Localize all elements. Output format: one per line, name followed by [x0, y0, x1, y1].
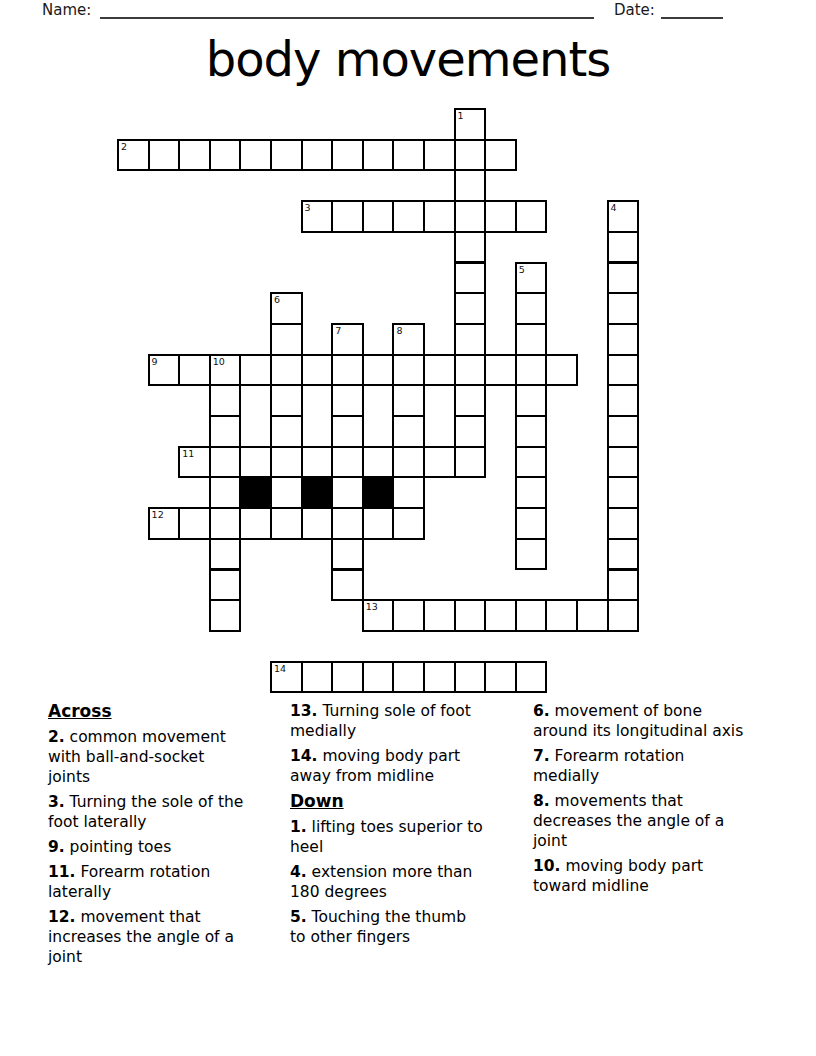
grid-cell[interactable]	[331, 384, 364, 417]
grid-cell[interactable]	[392, 476, 425, 509]
grid-cell[interactable]: 14	[270, 661, 303, 694]
grid-cell[interactable]	[484, 354, 517, 387]
cell-number: 14	[274, 663, 286, 674]
grid-cell[interactable]	[178, 139, 211, 172]
grid-cell[interactable]	[362, 354, 395, 387]
grid-cell[interactable]	[301, 139, 334, 172]
clue-across-2: 2. common movement with ball-and-socket …	[48, 727, 244, 787]
grid-cell[interactable]	[515, 538, 548, 571]
cell-number: 13	[366, 601, 378, 612]
clue-heading-down: Down	[290, 791, 486, 812]
clue-across-11: 11. Forearm rotation laterally	[48, 862, 244, 902]
grid-cell[interactable]	[454, 415, 487, 448]
grid-cell[interactable]	[239, 354, 272, 387]
grid-cell[interactable]	[607, 507, 640, 540]
grid-cell[interactable]	[545, 599, 578, 632]
grid-cell[interactable]	[607, 476, 640, 509]
clue-down-5: 5. Touching the thumb to other fingers	[290, 907, 486, 947]
grid-cell[interactable]	[515, 661, 548, 694]
grid-cell[interactable]	[392, 507, 425, 540]
grid-cell[interactable]	[484, 200, 517, 233]
grid-cell[interactable]	[270, 354, 303, 387]
grid-cell[interactable]	[148, 139, 181, 172]
grid-cell[interactable]	[545, 354, 578, 387]
grid-cell[interactable]	[301, 507, 334, 540]
grid-cell[interactable]	[362, 446, 395, 479]
cell-number: 7	[335, 325, 341, 336]
grid-cell[interactable]	[454, 661, 487, 694]
grid-cell[interactable]	[392, 599, 425, 632]
grid-cell[interactable]	[209, 446, 242, 479]
cell-number: 10	[213, 356, 225, 367]
clue-down-8: 8. movements that decreases the angle of…	[533, 791, 745, 851]
clue-across-14: 14. moving body part away from midline	[290, 746, 486, 786]
grid-cell[interactable]: 6	[270, 292, 303, 325]
clue-number: 9.	[48, 838, 65, 856]
grid-cell[interactable]	[209, 599, 242, 632]
grid-cell[interactable]: 12	[148, 507, 181, 540]
clue-across-9: 9. pointing toes	[48, 837, 244, 857]
grid-cell[interactable]	[423, 599, 456, 632]
grid-cell[interactable]	[392, 661, 425, 694]
grid-cell[interactable]	[239, 507, 272, 540]
grid-cell[interactable]	[423, 446, 456, 479]
clue-down-4: 4. extension more than 180 degrees	[290, 862, 486, 902]
clue-across-12: 12. movement that increases the angle of…	[48, 907, 244, 967]
grid-cell[interactable]	[209, 384, 242, 417]
grid-cell[interactable]	[209, 538, 242, 571]
cell-number: 4	[611, 202, 617, 213]
grid-cell[interactable]: 5	[515, 262, 548, 295]
grid-cell[interactable]	[607, 354, 640, 387]
crossword-grid: 1234567891011121314	[117, 108, 640, 694]
clue-number: 2.	[48, 728, 65, 746]
grid-cell[interactable]	[331, 569, 364, 602]
date-input-line[interactable]	[661, 3, 723, 19]
grid-cell[interactable]	[484, 599, 517, 632]
grid-cell[interactable]	[270, 446, 303, 479]
cell-number: 11	[182, 448, 194, 459]
grid-cell[interactable]	[607, 231, 640, 264]
grid-cell[interactable]	[607, 262, 640, 295]
grid-cell[interactable]	[607, 446, 640, 479]
cell-number: 3	[305, 202, 311, 213]
grid-cell[interactable]: 7	[331, 323, 364, 356]
clue-number: 13.	[290, 702, 317, 720]
grid-cell[interactable]	[454, 262, 487, 295]
grid-cell[interactable]	[607, 323, 640, 356]
grid-cell[interactable]	[209, 476, 242, 509]
cell-number: 6	[274, 294, 280, 305]
grid-cell[interactable]	[392, 200, 425, 233]
grid-cell[interactable]	[423, 139, 456, 172]
clue-heading-across: Across	[48, 701, 244, 722]
clue-column-3: 6. movement of bone around its longitudi…	[533, 701, 745, 901]
grid-cell[interactable]	[362, 200, 395, 233]
puzzle-title: body movements	[0, 33, 816, 86]
grid-cell[interactable]	[178, 507, 211, 540]
grid-cell[interactable]: 2	[117, 139, 150, 172]
grid-cell[interactable]: 4	[607, 200, 640, 233]
grid-cell[interactable]	[423, 354, 456, 387]
name-input-line[interactable]	[100, 3, 594, 19]
clue-down-6: 6. movement of bone around its longitudi…	[533, 701, 745, 741]
blocked-cell	[239, 476, 272, 509]
grid-cell[interactable]	[454, 292, 487, 325]
grid-cell[interactable]: 1	[454, 108, 487, 141]
grid-cell[interactable]	[607, 415, 640, 448]
grid-cell[interactable]	[515, 200, 548, 233]
clue-column-2: 13. Turning sole of foot medially14. mov…	[290, 701, 486, 952]
grid-cell[interactable]	[209, 415, 242, 448]
clue-down-1: 1. lifting toes superior to heel	[290, 817, 486, 857]
grid-cell[interactable]	[331, 507, 364, 540]
grid-cell[interactable]	[454, 231, 487, 264]
clue-number: 10.	[533, 857, 560, 875]
grid-cell[interactable]	[331, 354, 364, 387]
grid-cell[interactable]	[270, 507, 303, 540]
grid-cell[interactable]	[484, 139, 517, 172]
clue-number: 11.	[48, 863, 75, 881]
cell-number: 9	[152, 356, 158, 367]
grid-cell[interactable]	[515, 384, 548, 417]
grid-cell[interactable]	[270, 323, 303, 356]
grid-cell[interactable]	[331, 415, 364, 448]
grid-cell[interactable]	[362, 507, 395, 540]
clue-across-13: 13. Turning sole of foot medially	[290, 701, 486, 741]
grid-cell[interactable]	[362, 139, 395, 172]
grid-cell[interactable]	[515, 599, 548, 632]
clue-number: 14.	[290, 747, 317, 765]
grid-cell[interactable]	[392, 446, 425, 479]
grid-cell[interactable]	[209, 569, 242, 602]
cell-number: 1	[458, 110, 464, 121]
grid-cell[interactable]	[392, 384, 425, 417]
grid-cell[interactable]	[607, 538, 640, 571]
grid-cell[interactable]	[270, 415, 303, 448]
date-label: Date:	[614, 1, 655, 19]
grid-cell[interactable]	[454, 446, 487, 479]
grid-cell[interactable]	[178, 354, 211, 387]
clue-number: 12.	[48, 908, 75, 926]
grid-cell[interactable]	[331, 139, 364, 172]
grid-cell[interactable]: 13	[362, 599, 395, 632]
grid-cell[interactable]	[331, 476, 364, 509]
clue-across-3: 3. Turning the sole of the foot laterall…	[48, 792, 244, 832]
blocked-cell	[362, 476, 395, 509]
grid-cell[interactable]	[331, 200, 364, 233]
grid-cell[interactable]	[454, 139, 487, 172]
grid-cell[interactable]	[362, 661, 395, 694]
grid-cell[interactable]	[392, 139, 425, 172]
name-label: Name:	[42, 1, 91, 19]
grid-cell[interactable]	[515, 476, 548, 509]
grid-cell[interactable]: 11	[178, 446, 211, 479]
grid-cell[interactable]: 3	[301, 200, 334, 233]
cell-number: 5	[519, 264, 525, 275]
grid-cell[interactable]	[484, 661, 517, 694]
clue-down-10: 10. moving body part toward midline	[533, 856, 745, 896]
clue-column-1: Across2. common movement with ball-and-s…	[48, 701, 244, 972]
grid-cell[interactable]	[209, 507, 242, 540]
blocked-cell	[301, 476, 334, 509]
grid-cell[interactable]	[301, 446, 334, 479]
clue-down-7: 7. Forearm rotation medially	[533, 746, 745, 786]
grid-cell[interactable]	[607, 569, 640, 602]
grid-cell[interactable]	[515, 446, 548, 479]
grid-cell[interactable]	[270, 476, 303, 509]
grid-cell[interactable]	[270, 384, 303, 417]
grid-cell[interactable]: 8	[392, 323, 425, 356]
grid-cell[interactable]	[454, 599, 487, 632]
clue-number: 8.	[533, 792, 550, 810]
grid-cell[interactable]	[301, 661, 334, 694]
grid-cell[interactable]	[331, 538, 364, 571]
grid-cell[interactable]	[331, 661, 364, 694]
grid-cell[interactable]	[270, 139, 303, 172]
grid-cell[interactable]	[331, 446, 364, 479]
grid-cell[interactable]	[515, 292, 548, 325]
cell-number: 2	[121, 141, 127, 152]
grid-cell[interactable]	[454, 323, 487, 356]
grid-cell[interactable]	[239, 139, 272, 172]
grid-cell[interactable]: 10	[209, 354, 242, 387]
grid-cell[interactable]	[576, 599, 609, 632]
grid-cell[interactable]	[454, 384, 487, 417]
grid-cell[interactable]	[392, 415, 425, 448]
cell-number: 8	[396, 325, 402, 336]
clue-number: 6.	[533, 702, 550, 720]
clue-number: 5.	[290, 908, 307, 926]
grid-cell[interactable]	[515, 415, 548, 448]
grid-cell[interactable]	[301, 354, 334, 387]
grid-cell[interactable]	[454, 354, 487, 387]
clue-number: 7.	[533, 747, 550, 765]
grid-cell[interactable]	[515, 323, 548, 356]
grid-cell[interactable]	[607, 292, 640, 325]
grid-cell[interactable]	[607, 599, 640, 632]
grid-cell[interactable]	[392, 354, 425, 387]
grid-cell[interactable]	[239, 446, 272, 479]
grid-cell[interactable]	[454, 169, 487, 202]
grid-cell[interactable]	[209, 139, 242, 172]
grid-cell[interactable]	[515, 507, 548, 540]
grid-cell[interactable]: 9	[148, 354, 181, 387]
clue-number: 4.	[290, 863, 307, 881]
clue-number: 3.	[48, 793, 65, 811]
grid-cell[interactable]	[515, 354, 548, 387]
cell-number: 12	[152, 509, 164, 520]
grid-cell[interactable]	[607, 384, 640, 417]
grid-cell[interactable]	[423, 661, 456, 694]
grid-cell[interactable]	[454, 200, 487, 233]
clue-number: 1.	[290, 818, 307, 836]
grid-cell[interactable]	[423, 200, 456, 233]
